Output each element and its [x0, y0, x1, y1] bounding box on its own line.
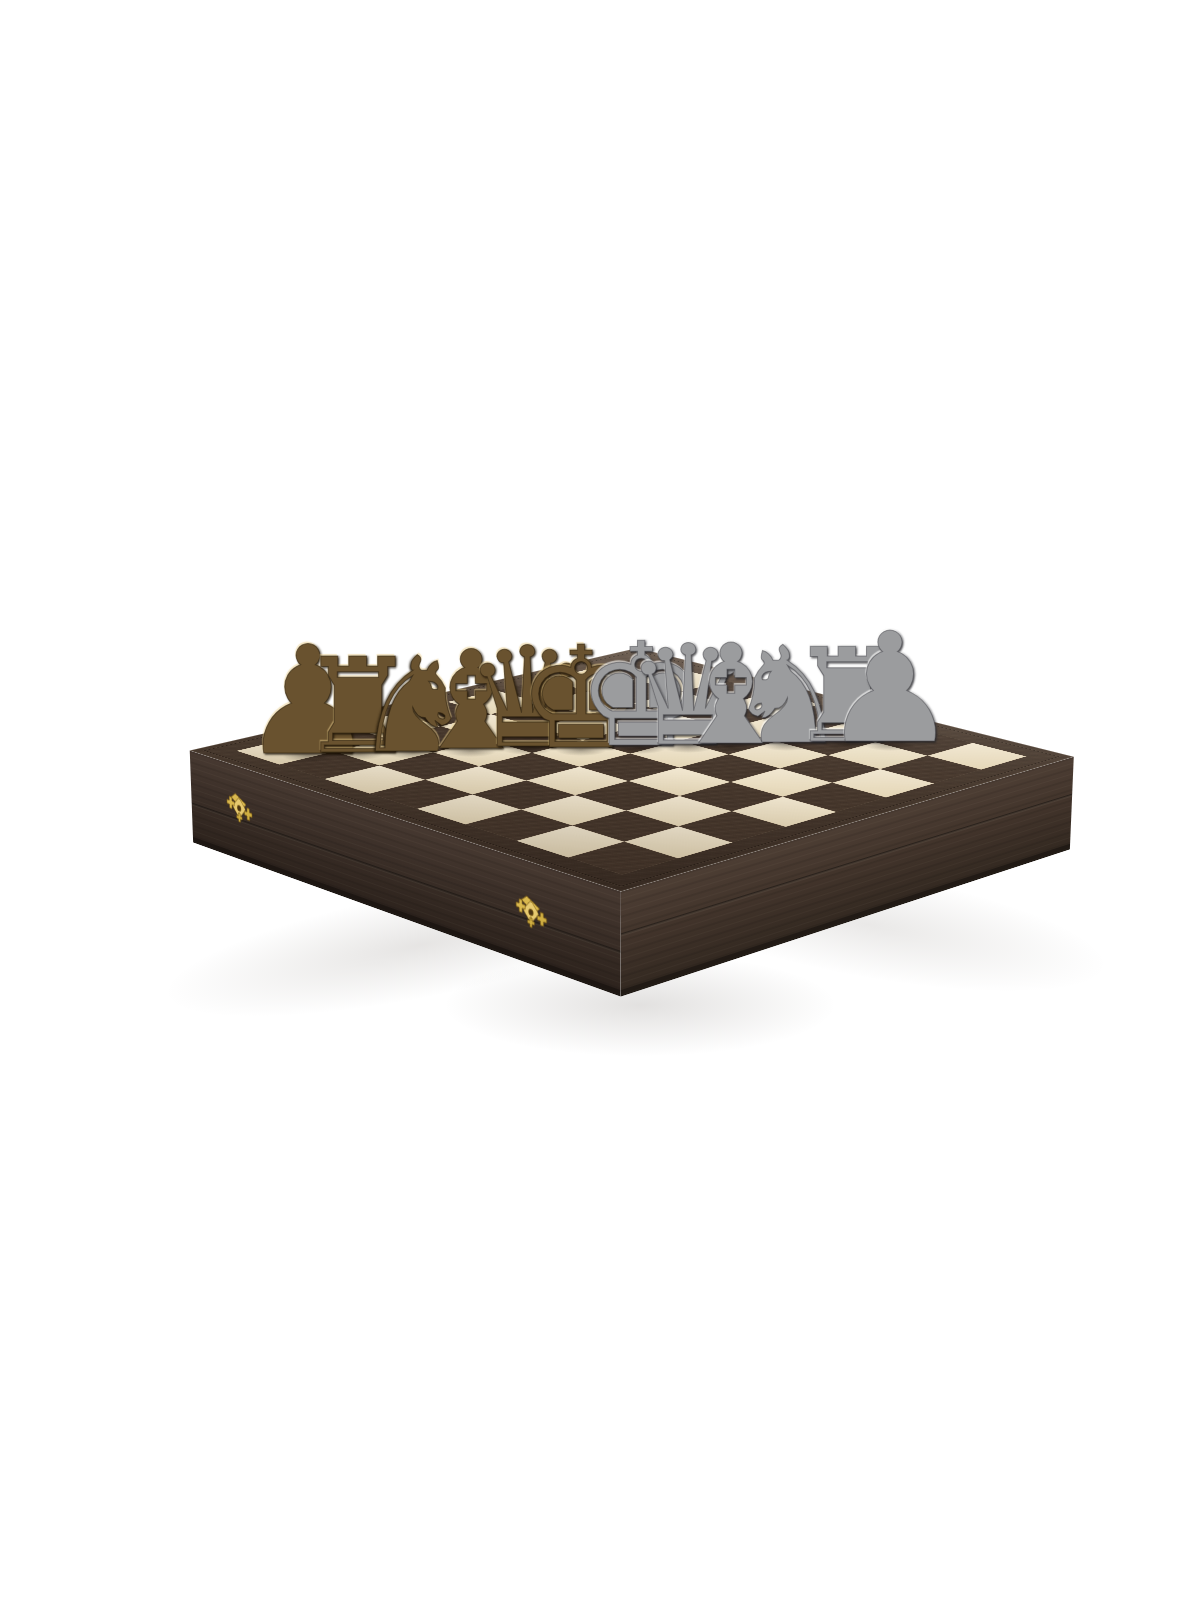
scene-3d [0, 0, 1200, 1600]
product-photo: ♟♜♞♝♛♚♚♛♝♞♜♟ [0, 0, 1200, 1600]
